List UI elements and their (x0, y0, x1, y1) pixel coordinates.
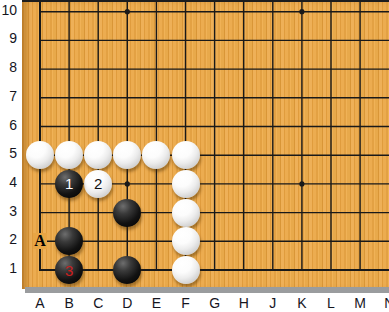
board-wood[interactable]: A213 (22, 0, 389, 289)
stone-white-F4[interactable] (172, 170, 200, 198)
stone-white-F1[interactable] (172, 256, 200, 284)
col-label-A: A (35, 295, 44, 311)
col-label-E: E (152, 295, 161, 311)
col-label-J: J (269, 295, 276, 311)
col-label-K: K (297, 295, 306, 311)
col-label-H: H (239, 295, 249, 311)
col-label-B: B (64, 295, 73, 311)
row-label-5: 5 (0, 145, 17, 161)
col-label-M: M (354, 295, 366, 311)
stone-black-B4[interactable]: 1 (55, 170, 83, 198)
stone-white-C4[interactable]: 2 (84, 170, 112, 198)
col-label-F: F (181, 295, 190, 311)
star-point-D10 (125, 9, 130, 14)
row-label-8: 8 (0, 59, 17, 75)
stone-black-D3[interactable] (113, 199, 141, 227)
row-label-3: 3 (0, 203, 17, 219)
col-label-G: G (209, 295, 220, 311)
row-label-2: 2 (0, 231, 17, 247)
row-label-9: 9 (0, 30, 17, 46)
go-board-diagram: A213 ABCDEFGHJKLMN 12345678910 (0, 0, 389, 312)
col-label-L: L (327, 295, 335, 311)
row-label-6: 6 (0, 117, 17, 133)
star-point-K4 (299, 181, 304, 186)
row-label-1: 1 (0, 260, 17, 276)
move-number-2: 2 (94, 176, 102, 191)
star-point-K10 (299, 9, 304, 14)
point-mark-label: A (34, 233, 46, 249)
col-label-C: C (93, 295, 103, 311)
col-label-partial-N: N (384, 295, 389, 311)
row-label-4: 4 (0, 174, 17, 190)
move-number-1: 1 (65, 176, 73, 191)
stone-white-F2[interactable] (172, 227, 200, 255)
move-number-3: 3 (65, 263, 73, 278)
point-mark-A2[interactable]: A (33, 233, 47, 249)
star-point-D4 (125, 181, 130, 186)
stone-white-F3[interactable] (172, 199, 200, 227)
row-label-10: 10 (0, 2, 17, 18)
col-label-D: D (122, 295, 132, 311)
column-coordinate-strip: ABCDEFGHJKLMN (0, 293, 389, 312)
stone-white-A5[interactable] (26, 141, 54, 169)
stone-white-F5[interactable] (172, 141, 200, 169)
stone-black-B1[interactable]: 3 (55, 256, 83, 284)
row-label-7: 7 (0, 88, 17, 104)
